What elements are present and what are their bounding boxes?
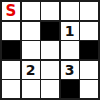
grid-cell-r1c0[interactable] [2, 22, 20, 40]
grid-cell-r3c1[interactable]: 2 [22, 61, 40, 79]
grid-cell-r2c1[interactable] [22, 41, 40, 59]
cell-letter: S [6, 4, 17, 19]
grid-cell-r4c0[interactable] [2, 80, 20, 98]
grid-cell-r1c3[interactable]: 1 [61, 22, 79, 40]
block-cell-r1c2 [41, 22, 59, 40]
grid-cell-r4c4[interactable] [80, 80, 98, 98]
crossword-board: S123 [0, 0, 100, 100]
grid-cell-r1c4[interactable] [80, 22, 98, 40]
grid-cell-r4c1[interactable] [22, 80, 40, 98]
grid-cell-r3c0[interactable] [2, 61, 20, 79]
grid-cell-r2c3[interactable] [61, 41, 79, 59]
cell-number: 2 [26, 63, 36, 77]
grid-cell-r0c3[interactable] [61, 2, 79, 20]
grid-cell-r0c4[interactable] [80, 2, 98, 20]
grid-cell-r1c1[interactable] [22, 22, 40, 40]
grid-cell-r0c2[interactable] [41, 2, 59, 20]
block-cell-r2c0 [2, 41, 20, 59]
cell-number: 3 [65, 63, 75, 77]
grid-cell-r3c3[interactable]: 3 [61, 61, 79, 79]
cell-number: 1 [65, 24, 75, 38]
grid-cell-r0c1[interactable] [22, 2, 40, 20]
block-cell-r4c3 [61, 80, 79, 98]
grid-cell-r3c4[interactable] [80, 61, 98, 79]
grid-cell-r3c2[interactable] [41, 61, 59, 79]
block-cell-r2c4 [80, 41, 98, 59]
grid-cell-r0c0[interactable]: S [2, 2, 20, 20]
grid-cell-r2c2[interactable] [41, 41, 59, 59]
grid-cell-r4c2[interactable] [41, 80, 59, 98]
